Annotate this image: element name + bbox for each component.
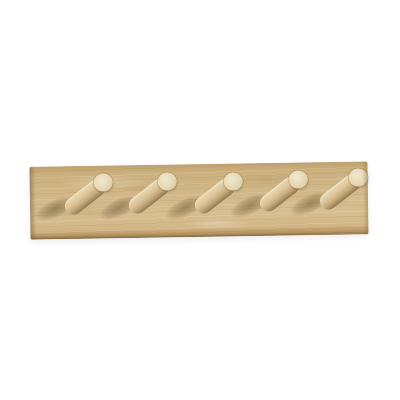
peg-tip-face <box>288 170 307 188</box>
peg-tip-face <box>93 173 112 191</box>
peg-tip-face <box>157 172 176 190</box>
product-photo <box>0 0 400 400</box>
peg-rail-board <box>29 161 368 239</box>
peg-tip-face <box>348 168 367 186</box>
peg-tip-face <box>223 172 242 190</box>
